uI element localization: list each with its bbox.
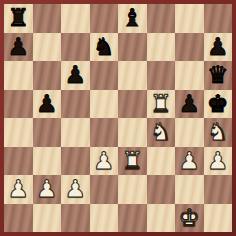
board-frame: ♜♝♟♞♟♟♛♟♜♟♚♞♞♟♜♟♟♟♟♟♚ bbox=[0, 0, 236, 236]
square-h4[interactable]: ♞ bbox=[204, 118, 233, 147]
square-d1[interactable] bbox=[90, 204, 119, 233]
square-e4[interactable] bbox=[118, 118, 147, 147]
piece-white-rook[interactable]: ♜ bbox=[121, 147, 143, 175]
piece-white-pawn[interactable]: ♟ bbox=[93, 147, 115, 175]
piece-black-pawn[interactable]: ♟ bbox=[207, 33, 229, 61]
piece-white-pawn[interactable]: ♟ bbox=[36, 175, 58, 203]
piece-black-pawn[interactable]: ♟ bbox=[64, 61, 86, 89]
piece-black-bishop[interactable]: ♝ bbox=[121, 4, 143, 32]
square-f3[interactable] bbox=[147, 147, 176, 176]
square-a1[interactable] bbox=[4, 204, 33, 233]
square-b3[interactable] bbox=[33, 147, 62, 176]
square-f4[interactable]: ♞ bbox=[147, 118, 176, 147]
square-g4[interactable] bbox=[175, 118, 204, 147]
square-b8[interactable] bbox=[33, 4, 62, 33]
piece-black-pawn[interactable]: ♟ bbox=[178, 90, 200, 118]
square-h8[interactable] bbox=[204, 4, 233, 33]
piece-white-king[interactable]: ♚ bbox=[178, 204, 200, 232]
square-h6[interactable]: ♛ bbox=[204, 61, 233, 90]
square-c6[interactable]: ♟ bbox=[61, 61, 90, 90]
square-f5[interactable]: ♜ bbox=[147, 90, 176, 119]
piece-white-pawn[interactable]: ♟ bbox=[207, 147, 229, 175]
square-a8[interactable]: ♜ bbox=[4, 4, 33, 33]
square-f8[interactable] bbox=[147, 4, 176, 33]
square-h7[interactable]: ♟ bbox=[204, 33, 233, 62]
square-d6[interactable] bbox=[90, 61, 119, 90]
square-c8[interactable] bbox=[61, 4, 90, 33]
square-g1[interactable]: ♚ bbox=[175, 204, 204, 233]
square-b5[interactable]: ♟ bbox=[33, 90, 62, 119]
square-a3[interactable] bbox=[4, 147, 33, 176]
square-e1[interactable] bbox=[118, 204, 147, 233]
square-c4[interactable] bbox=[61, 118, 90, 147]
square-e8[interactable]: ♝ bbox=[118, 4, 147, 33]
square-c7[interactable] bbox=[61, 33, 90, 62]
square-a6[interactable] bbox=[4, 61, 33, 90]
square-h3[interactable]: ♟ bbox=[204, 147, 233, 176]
square-e2[interactable] bbox=[118, 175, 147, 204]
square-f2[interactable] bbox=[147, 175, 176, 204]
square-h1[interactable] bbox=[204, 204, 233, 233]
piece-white-pawn[interactable]: ♟ bbox=[178, 147, 200, 175]
square-d7[interactable]: ♞ bbox=[90, 33, 119, 62]
square-a4[interactable] bbox=[4, 118, 33, 147]
square-f1[interactable] bbox=[147, 204, 176, 233]
square-g8[interactable] bbox=[175, 4, 204, 33]
piece-white-knight[interactable]: ♞ bbox=[150, 118, 172, 146]
square-e3[interactable]: ♜ bbox=[118, 147, 147, 176]
piece-black-pawn[interactable]: ♟ bbox=[36, 90, 58, 118]
piece-black-pawn[interactable]: ♟ bbox=[7, 33, 29, 61]
square-d2[interactable] bbox=[90, 175, 119, 204]
square-d3[interactable]: ♟ bbox=[90, 147, 119, 176]
square-e6[interactable] bbox=[118, 61, 147, 90]
square-b4[interactable] bbox=[33, 118, 62, 147]
square-g7[interactable] bbox=[175, 33, 204, 62]
square-f6[interactable] bbox=[147, 61, 176, 90]
square-c3[interactable] bbox=[61, 147, 90, 176]
chess-board: ♜♝♟♞♟♟♛♟♜♟♚♞♞♟♜♟♟♟♟♟♚ bbox=[4, 4, 232, 232]
square-g5[interactable]: ♟ bbox=[175, 90, 204, 119]
square-b1[interactable] bbox=[33, 204, 62, 233]
square-c1[interactable] bbox=[61, 204, 90, 233]
piece-white-knight[interactable]: ♞ bbox=[207, 118, 229, 146]
square-h2[interactable] bbox=[204, 175, 233, 204]
piece-black-queen[interactable]: ♛ bbox=[207, 61, 229, 89]
square-c5[interactable] bbox=[61, 90, 90, 119]
square-d8[interactable] bbox=[90, 4, 119, 33]
square-g3[interactable]: ♟ bbox=[175, 147, 204, 176]
piece-black-knight[interactable]: ♞ bbox=[93, 33, 115, 61]
square-g2[interactable] bbox=[175, 175, 204, 204]
square-e5[interactable] bbox=[118, 90, 147, 119]
piece-white-pawn[interactable]: ♟ bbox=[64, 175, 86, 203]
square-e7[interactable] bbox=[118, 33, 147, 62]
square-g6[interactable] bbox=[175, 61, 204, 90]
square-d4[interactable] bbox=[90, 118, 119, 147]
square-b2[interactable]: ♟ bbox=[33, 175, 62, 204]
square-b7[interactable] bbox=[33, 33, 62, 62]
square-b6[interactable] bbox=[33, 61, 62, 90]
square-d5[interactable] bbox=[90, 90, 119, 119]
piece-black-king[interactable]: ♚ bbox=[207, 90, 229, 118]
piece-white-rook[interactable]: ♜ bbox=[150, 90, 172, 118]
piece-white-pawn[interactable]: ♟ bbox=[7, 175, 29, 203]
square-h5[interactable]: ♚ bbox=[204, 90, 233, 119]
square-a7[interactable]: ♟ bbox=[4, 33, 33, 62]
square-c2[interactable]: ♟ bbox=[61, 175, 90, 204]
square-a2[interactable]: ♟ bbox=[4, 175, 33, 204]
piece-black-rook[interactable]: ♜ bbox=[7, 4, 29, 32]
square-a5[interactable] bbox=[4, 90, 33, 119]
square-f7[interactable] bbox=[147, 33, 176, 62]
